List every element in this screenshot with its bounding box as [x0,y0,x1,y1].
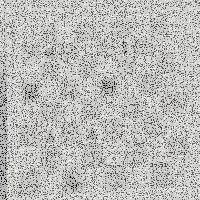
square-b1[interactable] [40,169,62,196]
square-d5[interactable] [79,78,100,100]
board-scene: ♗♞♕♝♗♛♚♔♟♟♙♙♞❖ [8,10,200,200]
square-e2[interactable] [103,141,126,166]
chessboard-photo: ♗♞♕♝♗♛♚♔♟♟♙♙♞❖ [0,0,200,200]
piece-black-pawn-b3[interactable]: ♟ [43,128,57,146]
square-e4[interactable] [100,97,122,120]
square-f8[interactable] [113,20,133,39]
square-d2[interactable] [82,142,105,167]
piece-black-queen-a5[interactable]: ♛ [21,81,40,104]
square-d6[interactable] [78,58,98,79]
piece-white-bishop-d8[interactable]: ♗ [78,24,94,41]
piece-white-king-h5[interactable]: ♔ [157,71,179,94]
square-h7[interactable]: ♗ [151,35,173,55]
square-b4[interactable] [40,101,60,124]
piece-black-knight-c1[interactable]: ♞ [64,170,82,194]
square-c1[interactable]: ♞ [62,167,85,194]
square-c6[interactable] [59,60,79,81]
square-a5[interactable]: ♛ [20,82,40,104]
piece-white-bishop-h7[interactable]: ♗ [154,37,172,55]
square-a2[interactable] [18,146,40,171]
square-a4[interactable] [20,102,41,125]
square-e1[interactable] [105,164,129,191]
square-e5[interactable]: ♚ [99,76,120,98]
square-h1[interactable]: ❖ [170,160,196,187]
piece-black-bishop-f7[interactable]: ♝ [116,39,133,57]
square-f3[interactable]: ♙ [122,117,145,141]
piece-black-pawn-d3[interactable]: ♟ [85,125,100,143]
square-h8[interactable] [149,17,170,36]
square-d3[interactable]: ♟ [81,119,103,143]
square-d4[interactable] [80,98,101,121]
square-c3[interactable] [61,121,83,145]
piece-white-queen-e7[interactable]: ♕ [96,38,115,59]
square-d8[interactable]: ♗ [77,22,96,41]
square-f2[interactable] [124,139,148,164]
square-h4[interactable] [160,92,184,115]
square-e3[interactable] [101,118,124,142]
square-b8[interactable] [40,25,59,44]
square-b6[interactable] [40,61,59,82]
square-a1[interactable] [18,170,40,197]
square-f4[interactable] [120,95,143,118]
square-c5[interactable] [60,79,80,101]
piece-white-pawn-f3[interactable]: ♙ [126,122,142,140]
square-b3[interactable]: ♟ [40,122,61,146]
square-e7[interactable]: ♕ [96,39,116,59]
piece-black-king-e5[interactable]: ♚ [99,75,119,98]
square-b5[interactable] [40,80,60,102]
square-b7[interactable]: ♞ [40,42,59,62]
square-c7[interactable] [59,41,78,61]
square-a8[interactable] [22,26,41,45]
square-c8[interactable] [59,24,78,43]
square-c4[interactable] [60,99,81,122]
square-h2[interactable]: ♙ [166,136,191,161]
table-edge-shadow [0,46,7,200]
square-f1[interactable] [126,163,151,190]
square-h5[interactable]: ♔ [157,72,180,94]
square-h3[interactable] [163,114,187,138]
board-maker-logo-icon: ❖ [176,166,189,181]
square-d7[interactable] [77,40,97,60]
square-d1[interactable] [83,166,106,193]
square-c2[interactable] [61,143,83,168]
piece-black-knight-b7[interactable]: ♞ [42,44,57,62]
square-f7[interactable]: ♝ [114,37,135,57]
square-a7[interactable] [21,44,40,64]
chess-board: ♗♞♕♝♗♛♚♔♟♟♙♙♞❖ [8,10,200,200]
square-b2[interactable] [40,145,62,170]
square-f5[interactable] [118,75,140,97]
piece-white-pawn-h2[interactable]: ♙ [170,142,187,161]
square-a3[interactable] [19,124,40,148]
square-f6[interactable] [116,56,137,77]
